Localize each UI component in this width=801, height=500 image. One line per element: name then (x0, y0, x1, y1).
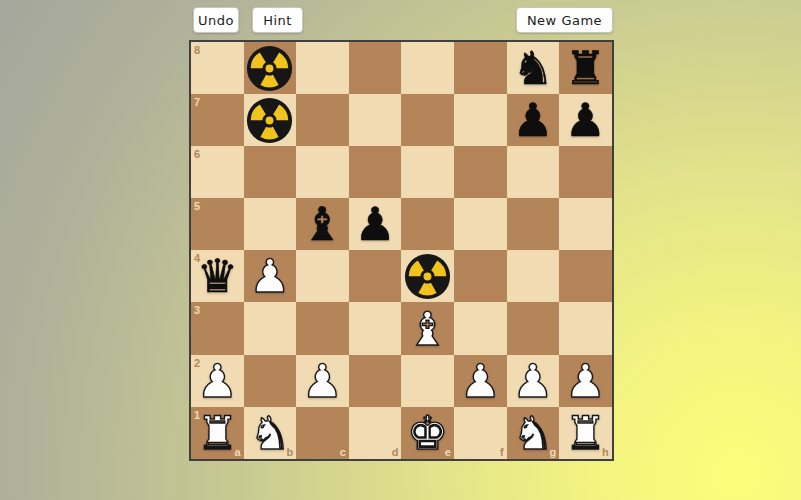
hint-button[interactable]: Hint (252, 7, 303, 33)
square-d5[interactable]: ♟ (349, 198, 402, 250)
square-b1[interactable]: b♞ (244, 407, 297, 459)
square-h3[interactable] (559, 302, 612, 354)
square-a6[interactable]: 6 (191, 146, 244, 198)
square-g7[interactable]: ♟ (507, 94, 560, 146)
chess-board[interactable]: 8♞♜7♟♟65♝♟4♛♟3♝2♟♟♟♟♟1a♜b♞cde♚fg♞h♜ (189, 40, 614, 461)
piece-white-knight: ♞ (249, 410, 290, 456)
rank-label-8: 8 (194, 44, 200, 56)
square-d1[interactable]: d (349, 407, 402, 459)
file-label-f: f (500, 446, 504, 458)
piece-black-pawn: ♟ (565, 97, 606, 143)
square-e5[interactable] (401, 198, 454, 250)
square-h4[interactable] (559, 250, 612, 302)
piece-white-pawn: ♟ (565, 358, 606, 404)
rank-label-7: 7 (194, 96, 200, 108)
radiation-icon (246, 97, 293, 144)
piece-black-queen: ♛ (197, 253, 238, 299)
file-label-d: d (392, 446, 399, 458)
square-d2[interactable] (349, 355, 402, 407)
square-a5[interactable]: 5 (191, 198, 244, 250)
square-b4[interactable]: ♟ (244, 250, 297, 302)
square-d8[interactable] (349, 42, 402, 94)
piece-black-pawn: ♟ (354, 201, 395, 247)
square-f1[interactable]: f (454, 407, 507, 459)
square-g5[interactable] (507, 198, 560, 250)
square-c1[interactable]: c (296, 407, 349, 459)
square-e7[interactable] (401, 94, 454, 146)
rank-label-5: 5 (194, 200, 200, 212)
square-f2[interactable]: ♟ (454, 355, 507, 407)
square-e6[interactable] (401, 146, 454, 198)
square-f7[interactable] (454, 94, 507, 146)
square-c4[interactable] (296, 250, 349, 302)
square-d3[interactable] (349, 302, 402, 354)
piece-white-pawn: ♟ (249, 253, 290, 299)
square-a4[interactable]: 4♛ (191, 250, 244, 302)
square-d7[interactable] (349, 94, 402, 146)
square-f8[interactable] (454, 42, 507, 94)
square-e8[interactable] (401, 42, 454, 94)
square-h7[interactable]: ♟ (559, 94, 612, 146)
square-f3[interactable] (454, 302, 507, 354)
square-a2[interactable]: 2♟ (191, 355, 244, 407)
square-f6[interactable] (454, 146, 507, 198)
piece-white-pawn: ♟ (197, 358, 238, 404)
square-d4[interactable] (349, 250, 402, 302)
square-g2[interactable]: ♟ (507, 355, 560, 407)
rank-label-6: 6 (194, 148, 200, 160)
square-a3[interactable]: 3 (191, 302, 244, 354)
square-c3[interactable] (296, 302, 349, 354)
square-a1[interactable]: 1a♜ (191, 407, 244, 459)
square-b8[interactable] (244, 42, 297, 94)
square-b6[interactable] (244, 146, 297, 198)
piece-white-king: ♚ (407, 410, 448, 456)
square-b2[interactable] (244, 355, 297, 407)
piece-white-pawn: ♟ (512, 358, 553, 404)
file-label-c: c (340, 446, 346, 458)
square-c7[interactable] (296, 94, 349, 146)
square-h2[interactable]: ♟ (559, 355, 612, 407)
piece-black-knight: ♞ (512, 45, 553, 91)
square-e2[interactable] (401, 355, 454, 407)
square-e3[interactable]: ♝ (401, 302, 454, 354)
square-c5[interactable]: ♝ (296, 198, 349, 250)
square-c8[interactable] (296, 42, 349, 94)
piece-black-pawn: ♟ (512, 97, 553, 143)
piece-white-bishop: ♝ (407, 306, 448, 352)
app-background: { "toolbar": { "undo_label": "Undo", "hi… (0, 0, 801, 500)
square-b3[interactable] (244, 302, 297, 354)
square-g1[interactable]: g♞ (507, 407, 560, 459)
piece-black-rook: ♜ (565, 45, 606, 91)
square-d6[interactable] (349, 146, 402, 198)
square-h6[interactable] (559, 146, 612, 198)
square-c2[interactable]: ♟ (296, 355, 349, 407)
square-e1[interactable]: e♚ (401, 407, 454, 459)
square-g6[interactable] (507, 146, 560, 198)
undo-button[interactable]: Undo (193, 7, 239, 33)
piece-white-pawn: ♟ (302, 358, 343, 404)
square-f5[interactable] (454, 198, 507, 250)
square-f4[interactable] (454, 250, 507, 302)
radiation-icon (404, 253, 451, 300)
square-h1[interactable]: h♜ (559, 407, 612, 459)
new-game-button[interactable]: New Game (516, 7, 613, 33)
square-g3[interactable] (507, 302, 560, 354)
square-c6[interactable] (296, 146, 349, 198)
radiation-icon (246, 45, 293, 92)
piece-white-pawn: ♟ (460, 358, 501, 404)
piece-black-bishop: ♝ (302, 201, 343, 247)
square-g8[interactable]: ♞ (507, 42, 560, 94)
piece-white-rook: ♜ (565, 410, 606, 456)
rank-label-3: 3 (194, 304, 200, 316)
square-b5[interactable] (244, 198, 297, 250)
piece-white-knight: ♞ (512, 410, 553, 456)
square-g4[interactable] (507, 250, 560, 302)
piece-white-rook: ♜ (197, 410, 238, 456)
square-h8[interactable]: ♜ (559, 42, 612, 94)
square-a7[interactable]: 7 (191, 94, 244, 146)
square-a8[interactable]: 8 (191, 42, 244, 94)
square-b7[interactable] (244, 94, 297, 146)
square-h5[interactable] (559, 198, 612, 250)
square-e4[interactable] (401, 250, 454, 302)
